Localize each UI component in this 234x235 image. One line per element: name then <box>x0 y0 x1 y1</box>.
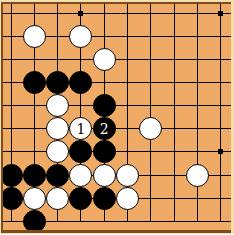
black-stone <box>23 164 46 187</box>
grid-line-horizontal <box>3 105 231 106</box>
white-stone <box>116 187 139 210</box>
star-point <box>218 11 223 16</box>
white-stone <box>23 25 46 48</box>
black-stone <box>23 71 46 94</box>
black-stone <box>93 94 116 117</box>
black-stone <box>0 164 23 187</box>
cut-border-top <box>1 2 231 4</box>
grid-line-horizontal <box>3 128 231 129</box>
grid-line-horizontal <box>3 13 231 14</box>
black-stone <box>93 187 116 210</box>
grid-line-horizontal <box>3 59 231 60</box>
black-stone <box>0 187 23 210</box>
white-stone <box>116 164 139 187</box>
white-stone <box>93 164 116 187</box>
move-2-stone: 2 <box>93 117 116 140</box>
grid-line-horizontal <box>3 151 231 152</box>
black-stone <box>46 164 69 187</box>
white-stone <box>46 187 69 210</box>
star-point <box>218 149 223 154</box>
black-stone <box>69 187 92 210</box>
image-margin-left <box>0 0 1 234</box>
star-point <box>78 11 83 16</box>
image-margin-right <box>231 0 234 234</box>
image-margin-bottom <box>0 233 234 235</box>
white-stone <box>23 187 46 210</box>
white-stone <box>69 164 92 187</box>
white-stone <box>93 48 116 71</box>
go-board-diagram: 12 <box>0 0 234 234</box>
white-stone <box>186 164 209 187</box>
image-margin-top <box>0 0 234 2</box>
board-edge-left <box>1 2 3 231</box>
